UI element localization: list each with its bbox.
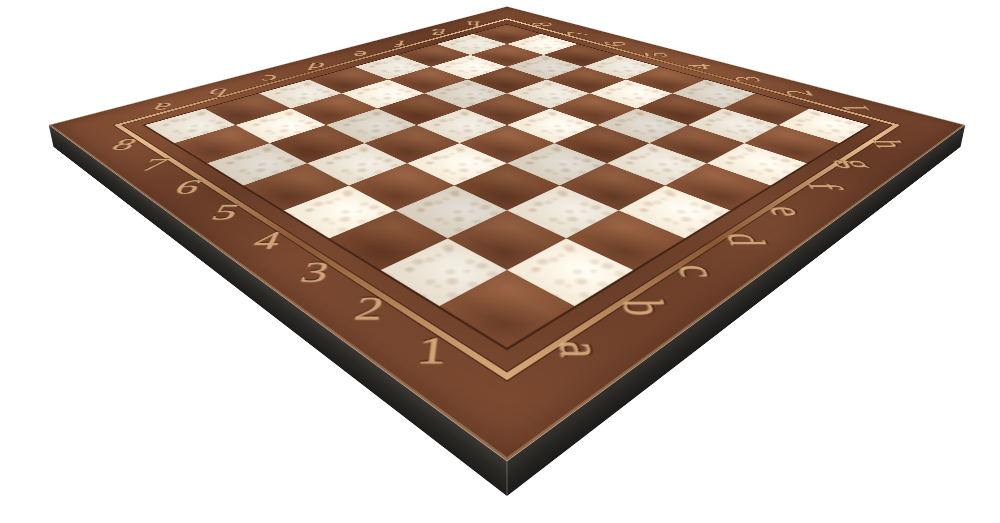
coord-label-8: 8 xyxy=(107,136,143,152)
square-a1[interactable] xyxy=(439,270,574,348)
coord-label-h: h xyxy=(865,140,913,148)
square-c5[interactable] xyxy=(365,125,460,163)
coord-label-g: g xyxy=(834,160,884,169)
square-e1[interactable] xyxy=(665,163,770,210)
square-f2[interactable] xyxy=(649,125,744,163)
square-e2[interactable] xyxy=(607,143,707,185)
square-c2[interactable] xyxy=(507,186,619,239)
chessboard[interactable]: 87654321 87654321 hgfedcba hgfedcba xyxy=(49,6,965,461)
square-a4[interactable] xyxy=(284,186,396,239)
coord-label-4: 4 xyxy=(248,227,285,252)
square-b1[interactable] xyxy=(507,238,633,306)
square-f1[interactable] xyxy=(707,143,807,185)
square-a7[interactable] xyxy=(175,125,270,163)
square-b4[interactable] xyxy=(349,163,454,210)
coord-band-near-right-letters: hgfedcba xyxy=(507,125,939,399)
square-a3[interactable] xyxy=(329,210,448,270)
board-scene: 87654321 87654321 hgfedcba hgfedcba xyxy=(0,0,1000,523)
square-b2[interactable] xyxy=(448,210,567,270)
square-g1[interactable] xyxy=(744,125,839,163)
coord-label-3: 3 xyxy=(296,257,333,285)
screenshot-canvas: 87654321 87654321 hgfedcba hgfedcba xyxy=(0,0,1000,523)
square-a6[interactable] xyxy=(207,143,307,185)
coord-label-a: a xyxy=(551,341,614,358)
square-b6[interactable] xyxy=(270,125,365,163)
coord-label-c: c xyxy=(670,265,728,278)
square-c4[interactable] xyxy=(407,143,507,185)
coord-label-e: e xyxy=(762,206,815,216)
coord-label-b: b xyxy=(615,299,676,315)
square-a5[interactable] xyxy=(243,163,348,210)
coord-label-6: 6 xyxy=(170,177,207,197)
square-e3[interactable] xyxy=(554,125,649,163)
coord-label-2: 2 xyxy=(350,292,387,325)
square-c3[interactable] xyxy=(454,163,559,210)
coord-label-1: 1 xyxy=(414,331,449,369)
coord-label-d: d xyxy=(719,233,775,246)
coord-label-5: 5 xyxy=(207,200,244,222)
square-d3[interactable] xyxy=(507,143,607,185)
square-d4[interactable] xyxy=(460,125,555,163)
square-b5[interactable] xyxy=(307,143,407,185)
square-b3[interactable] xyxy=(395,186,507,239)
coord-label-f: f xyxy=(801,183,850,190)
square-a2[interactable] xyxy=(381,238,507,306)
square-d2[interactable] xyxy=(560,163,665,210)
square-d1[interactable] xyxy=(619,186,731,239)
square-c1[interactable] xyxy=(566,210,685,270)
coord-label-7: 7 xyxy=(136,155,172,173)
coord-band-near-left-numbers: 87654321 xyxy=(75,125,507,399)
